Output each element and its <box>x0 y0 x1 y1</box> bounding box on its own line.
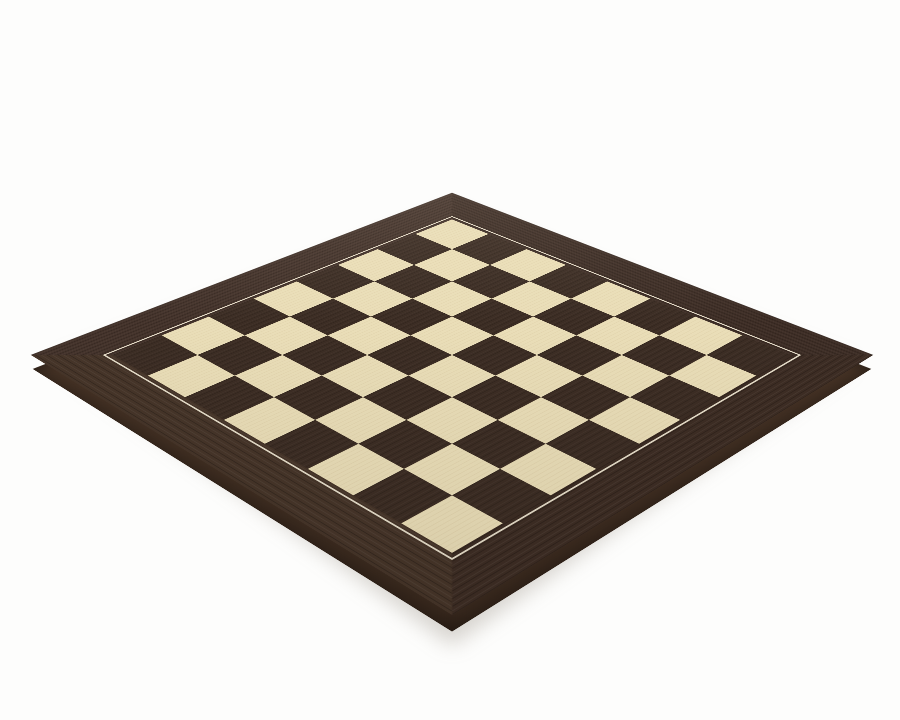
playing-area <box>113 219 792 552</box>
board-top-surface <box>31 193 874 615</box>
product-photo-stage <box>0 0 900 720</box>
chess-board <box>31 193 874 615</box>
perspective-scene <box>0 0 900 720</box>
